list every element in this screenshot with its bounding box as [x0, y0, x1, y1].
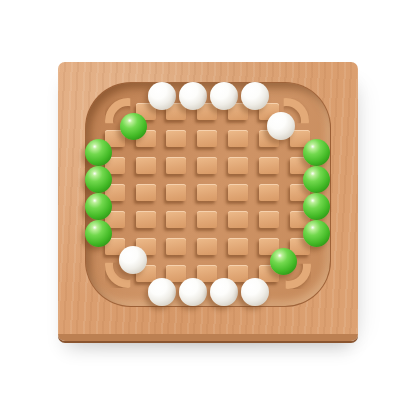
stud [259, 157, 279, 174]
stud [166, 157, 186, 174]
marble-white[interactable] [267, 112, 295, 140]
stud [228, 238, 248, 255]
stud [136, 184, 156, 201]
marble-green[interactable] [303, 193, 330, 220]
stud [259, 211, 279, 228]
stud [197, 130, 217, 147]
marble-green[interactable] [85, 220, 112, 247]
stud [136, 211, 156, 228]
marble-green[interactable] [85, 166, 112, 193]
stud [197, 184, 217, 201]
marble-green[interactable] [270, 248, 297, 275]
stud [166, 130, 186, 147]
marble-white[interactable] [148, 278, 176, 306]
marble-white[interactable] [210, 82, 238, 110]
stud [136, 157, 156, 174]
marble-green[interactable] [120, 113, 147, 140]
stud [228, 211, 248, 228]
stud [197, 211, 217, 228]
marble-white[interactable] [148, 82, 176, 110]
marble-white[interactable] [179, 82, 207, 110]
stud [228, 157, 248, 174]
stud [166, 238, 186, 255]
marble-white[interactable] [241, 278, 269, 306]
stud [166, 184, 186, 201]
marble-white[interactable] [179, 278, 207, 306]
marble-green[interactable] [303, 139, 330, 166]
marble-green[interactable] [303, 220, 330, 247]
stud [259, 184, 279, 201]
game-board [58, 62, 358, 341]
marble-white[interactable] [119, 246, 147, 274]
stud [228, 130, 248, 147]
stud [166, 211, 186, 228]
marble-green[interactable] [303, 166, 330, 193]
marble-green[interactable] [85, 139, 112, 166]
photo-canvas [0, 0, 420, 420]
stud [228, 184, 248, 201]
marble-white[interactable] [241, 82, 269, 110]
stud [197, 238, 217, 255]
marble-white[interactable] [210, 278, 238, 306]
stud [197, 157, 217, 174]
marble-green[interactable] [85, 193, 112, 220]
